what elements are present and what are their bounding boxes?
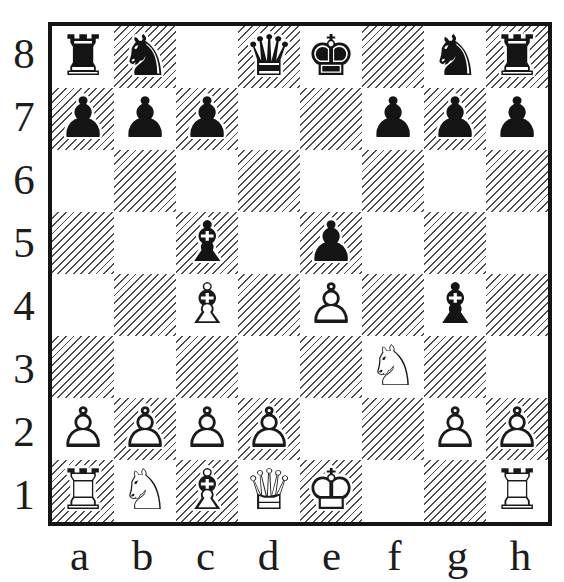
piece-glyph: ♜ [52,28,114,84]
white-king-e1[interactable]: ♚♔ [300,460,362,522]
piece-halo: ♟ [238,400,300,456]
square-b3[interactable] [114,336,176,398]
square-d2[interactable]: ♟♙ [238,398,300,460]
piece-halo: ♚ [300,28,362,84]
piece-glyph: ♖ [52,462,114,518]
piece-halo: ♞ [114,28,176,84]
file-label-d: d [237,528,300,582]
black-rook-h8[interactable]: ♜♜ [486,26,548,88]
square-g5[interactable] [424,212,486,274]
square-h7[interactable]: ♟♟ [486,88,548,150]
rank-label-1: 1 [0,463,48,526]
square-f2[interactable] [362,398,424,460]
piece-halo: ♟ [424,90,486,146]
square-h1[interactable]: ♜♖ [486,460,548,522]
file-label-e: e [300,528,363,582]
black-queen-d8[interactable]: ♛♛ [238,26,300,88]
piece-glyph: ♔ [300,462,362,518]
file-label-a: a [48,528,111,582]
piece-halo: ♝ [176,462,238,518]
piece-halo: ♟ [424,400,486,456]
rank-label-4: 4 [0,274,48,337]
square-f5[interactable] [362,212,424,274]
black-knight-b8[interactable]: ♞♞ [114,26,176,88]
piece-halo: ♚ [300,462,362,518]
piece-glyph: ♟ [300,214,362,270]
square-c7[interactable]: ♟♟ [176,88,238,150]
piece-halo: ♜ [486,28,548,84]
piece-halo: ♟ [486,400,548,456]
black-knight-g8[interactable]: ♞♞ [424,26,486,88]
square-a5[interactable] [52,212,114,274]
file-labels: abcdefgh [48,528,552,582]
white-pawn-d2[interactable]: ♟♙ [238,398,300,460]
piece-halo: ♞ [114,462,176,518]
piece-glyph: ♜ [486,28,548,84]
piece-glyph: ♘ [362,338,424,394]
square-b1[interactable]: ♞♘ [114,460,176,522]
square-a1[interactable]: ♜♖ [52,460,114,522]
square-h6[interactable] [486,150,548,212]
piece-glyph: ♟ [362,90,424,146]
rank-label-5: 5 [0,211,48,274]
piece-glyph: ♝ [176,214,238,270]
white-pawn-h2[interactable]: ♟♙ [486,398,548,460]
square-h4[interactable] [486,274,548,336]
square-b7[interactable]: ♟♟ [114,88,176,150]
piece-halo: ♟ [176,400,238,456]
square-d3[interactable] [238,336,300,398]
square-a8[interactable]: ♜♜ [52,26,114,88]
square-h2[interactable]: ♟♙ [486,398,548,460]
file-label-c: c [174,528,237,582]
square-e1[interactable]: ♚♔ [300,460,362,522]
piece-glyph: ♙ [176,400,238,456]
piece-glyph: ♟ [486,90,548,146]
piece-halo: ♜ [52,462,114,518]
file-label-b: b [111,528,174,582]
square-h8[interactable]: ♜♜ [486,26,548,88]
piece-glyph: ♙ [300,276,362,332]
white-rook-a1[interactable]: ♜♖ [52,460,114,522]
square-e5[interactable]: ♟♟ [300,212,362,274]
white-queen-d1[interactable]: ♛♕ [238,460,300,522]
square-g4[interactable]: ♝♝ [424,274,486,336]
piece-glyph: ♙ [238,400,300,456]
chess-board: ♜♜♞♞♛♛♚♚♞♞♜♜♟♟♟♟♟♟♟♟♟♟♟♟♝♝♟♟♝♗♟♙♝♝♞♘♟♙♟♙… [48,22,552,526]
white-pawn-b2[interactable]: ♟♙ [114,398,176,460]
file-label-g: g [426,528,489,582]
black-king-e8[interactable]: ♚♚ [300,26,362,88]
piece-halo: ♝ [424,276,486,332]
piece-halo: ♝ [176,276,238,332]
square-f4[interactable] [362,274,424,336]
square-e6[interactable] [300,150,362,212]
file-label-f: f [363,528,426,582]
piece-halo: ♜ [52,28,114,84]
square-e7[interactable] [300,88,362,150]
piece-halo: ♟ [52,90,114,146]
rank-label-3: 3 [0,337,48,400]
piece-halo: ♟ [300,214,362,270]
piece-halo: ♞ [424,28,486,84]
piece-glyph: ♗ [176,276,238,332]
piece-glyph: ♙ [52,400,114,456]
square-b2[interactable]: ♟♙ [114,398,176,460]
square-e4[interactable]: ♟♙ [300,274,362,336]
piece-halo: ♞ [362,338,424,394]
piece-glyph: ♘ [114,462,176,518]
piece-glyph: ♙ [424,400,486,456]
square-b5[interactable] [114,212,176,274]
piece-halo: ♛ [238,28,300,84]
square-f3[interactable]: ♞♘ [362,336,424,398]
black-bishop-g4[interactable]: ♝♝ [424,274,486,336]
piece-halo: ♝ [176,214,238,270]
square-g7[interactable]: ♟♟ [424,88,486,150]
white-pawn-e4[interactable]: ♟♙ [300,274,362,336]
piece-glyph: ♟ [424,90,486,146]
piece-glyph: ♟ [176,90,238,146]
square-a2[interactable]: ♟♙ [52,398,114,460]
square-f8[interactable] [362,26,424,88]
piece-glyph: ♛ [238,28,300,84]
black-pawn-c7[interactable]: ♟♟ [176,88,238,150]
piece-glyph: ♞ [424,28,486,84]
piece-glyph: ♙ [486,400,548,456]
square-e8[interactable]: ♚♚ [300,26,362,88]
black-pawn-a7[interactable]: ♟♟ [52,88,114,150]
square-e3[interactable] [300,336,362,398]
white-bishop-c1[interactable]: ♝♗ [176,460,238,522]
black-pawn-h7[interactable]: ♟♟ [486,88,548,150]
rank-label-7: 7 [0,85,48,148]
square-g3[interactable] [424,336,486,398]
square-c1[interactable]: ♝♗ [176,460,238,522]
square-a7[interactable]: ♟♟ [52,88,114,150]
piece-halo: ♟ [176,90,238,146]
piece-halo: ♟ [362,90,424,146]
square-c4[interactable]: ♝♗ [176,274,238,336]
white-pawn-g2[interactable]: ♟♙ [424,398,486,460]
piece-glyph: ♕ [238,462,300,518]
square-g8[interactable]: ♞♞ [424,26,486,88]
white-pawn-a2[interactable]: ♟♙ [52,398,114,460]
square-b4[interactable] [114,274,176,336]
piece-glyph: ♚ [300,28,362,84]
piece-glyph: ♞ [114,28,176,84]
chess-diagram: 87654321 ♜♜♞♞♛♛♚♚♞♞♜♜♟♟♟♟♟♟♟♟♟♟♟♟♝♝♟♟♝♗♟… [0,0,564,582]
square-g6[interactable] [424,150,486,212]
piece-halo: ♟ [114,90,176,146]
black-bishop-c5[interactable]: ♝♝ [176,212,238,274]
square-a3[interactable] [52,336,114,398]
piece-halo: ♜ [486,462,548,518]
piece-glyph: ♟ [52,90,114,146]
rank-label-8: 8 [0,22,48,85]
piece-glyph: ♝ [424,276,486,332]
square-f6[interactable] [362,150,424,212]
black-pawn-e5[interactable]: ♟♟ [300,212,362,274]
square-d7[interactable] [238,88,300,150]
black-pawn-b7[interactable]: ♟♟ [114,88,176,150]
piece-halo: ♟ [300,276,362,332]
white-bishop-c4[interactable]: ♝♗ [176,274,238,336]
square-f7[interactable]: ♟♟ [362,88,424,150]
piece-halo: ♛ [238,462,300,518]
piece-glyph: ♟ [114,90,176,146]
white-knight-b1[interactable]: ♞♘ [114,460,176,522]
square-c6[interactable] [176,150,238,212]
square-c3[interactable] [176,336,238,398]
piece-halo: ♟ [52,400,114,456]
piece-glyph: ♖ [486,462,548,518]
square-b6[interactable] [114,150,176,212]
piece-halo: ♟ [114,400,176,456]
square-c2[interactable]: ♟♙ [176,398,238,460]
square-d5[interactable] [238,212,300,274]
square-d6[interactable] [238,150,300,212]
square-a6[interactable] [52,150,114,212]
square-a4[interactable] [52,274,114,336]
square-c5[interactable]: ♝♝ [176,212,238,274]
square-c8[interactable] [176,26,238,88]
piece-glyph: ♙ [114,400,176,456]
piece-glyph: ♗ [176,462,238,518]
square-d1[interactable]: ♛♕ [238,460,300,522]
black-pawn-f7[interactable]: ♟♟ [362,88,424,150]
piece-halo: ♟ [486,90,548,146]
white-knight-f3[interactable]: ♞♘ [362,336,424,398]
square-d4[interactable] [238,274,300,336]
square-g1[interactable] [424,460,486,522]
rank-labels: 87654321 [0,22,48,526]
square-b8[interactable]: ♞♞ [114,26,176,88]
black-pawn-g7[interactable]: ♟♟ [424,88,486,150]
square-e2[interactable] [300,398,362,460]
square-g2[interactable]: ♟♙ [424,398,486,460]
white-rook-h1[interactable]: ♜♖ [486,460,548,522]
white-pawn-c2[interactable]: ♟♙ [176,398,238,460]
square-h5[interactable] [486,212,548,274]
square-d8[interactable]: ♛♛ [238,26,300,88]
file-label-h: h [489,528,552,582]
square-h3[interactable] [486,336,548,398]
black-rook-a8[interactable]: ♜♜ [52,26,114,88]
rank-label-2: 2 [0,400,48,463]
square-f1[interactable] [362,460,424,522]
rank-label-6: 6 [0,148,48,211]
